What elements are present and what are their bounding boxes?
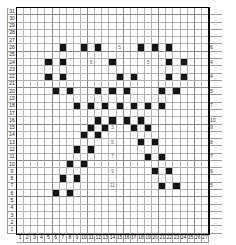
grid-cell: [188, 117, 195, 124]
grid-cell: [38, 154, 45, 161]
grid-cell: [53, 154, 60, 161]
grid-cell: [166, 190, 173, 197]
grid-cell: [202, 23, 209, 30]
grid-cell: [17, 146, 24, 153]
filled-cell: [81, 44, 88, 51]
grid-cell: [17, 30, 24, 37]
grid-cell: [152, 161, 159, 168]
grid-cell: [53, 8, 60, 15]
grid-cell: [45, 30, 52, 37]
grid-cell: [60, 190, 67, 197]
grid-cell: [202, 168, 209, 175]
grid-cell: [60, 88, 67, 95]
grid-cell: [102, 30, 109, 37]
grid-cell: [102, 161, 109, 168]
grid-cell: [60, 66, 67, 73]
filled-cell: [95, 88, 102, 95]
grid-cell: [117, 219, 124, 226]
grid-cell: [124, 205, 131, 212]
grid-cell: [31, 23, 38, 30]
filled-cell: [81, 132, 88, 139]
grid-cell: [188, 8, 195, 15]
grid-cell: [195, 110, 202, 117]
grid-cell: [117, 168, 124, 175]
filled-cell: [74, 103, 81, 110]
grid-cell: [45, 161, 52, 168]
grid-cell: [202, 132, 209, 139]
grid-cell: [159, 30, 166, 37]
grid-cell: [95, 59, 102, 66]
grid-cell: [88, 81, 95, 88]
grid-cell: [24, 74, 31, 81]
filled-cell: [95, 117, 102, 124]
grid-cell: [202, 103, 209, 110]
grid-cell: [60, 139, 67, 146]
grid-cell: [159, 23, 166, 30]
filled-cell: [53, 190, 60, 197]
grid-cell: [38, 212, 45, 219]
grid-cell: [202, 139, 209, 146]
grid-cell: [202, 175, 209, 182]
grid-cell: [67, 30, 74, 37]
grid-cell: [67, 125, 74, 132]
grid-cell: [81, 37, 88, 44]
grid-cell: [195, 154, 202, 161]
grid-cell: [202, 125, 209, 132]
filled-cell: [166, 59, 173, 66]
grid-cell: [124, 23, 131, 30]
grid-cell: [24, 154, 31, 161]
grid-cell: [117, 59, 124, 66]
grid-cell: [31, 190, 38, 197]
filled-cell: [81, 161, 88, 168]
grid-cell: [131, 132, 138, 139]
filled-cell: [67, 161, 74, 168]
grid-cell: [166, 23, 173, 30]
grid-cell: [88, 95, 95, 102]
grid-cell: [102, 74, 109, 81]
filled-cell: [159, 183, 166, 190]
grid-cell: [74, 8, 81, 15]
grid-cell: [53, 226, 60, 233]
grid-cell: [109, 197, 116, 204]
grid-cell: [188, 103, 195, 110]
row-label-right: [209, 8, 222, 15]
grid-cell: [81, 23, 88, 30]
grid-cell: [67, 66, 74, 73]
grid-cell: [138, 103, 145, 110]
grid-cell: [145, 139, 152, 146]
filled-cell: [88, 103, 95, 110]
grid-cell: [88, 226, 95, 233]
grid-cell: [24, 37, 31, 44]
corner: [7, 234, 17, 243]
row-label-left: 11: [7, 154, 17, 161]
grid-cell: [109, 44, 116, 51]
col-label-bottom: 9: [74, 234, 81, 243]
grid-cell: [24, 197, 31, 204]
grid-cell: [67, 8, 74, 15]
grid-cell: [74, 37, 81, 44]
grid-cell: [181, 161, 188, 168]
filled-cell: [74, 146, 81, 153]
grid-cell: [17, 23, 24, 30]
grid-cell: [166, 30, 173, 37]
grid-cell: [202, 66, 209, 73]
grid-cell: [67, 132, 74, 139]
grid-cell: [95, 139, 102, 146]
grid-cell: [38, 103, 45, 110]
grid-cell: [102, 66, 109, 73]
col-label-bottom: 24: [181, 234, 188, 243]
grid-cell: [38, 183, 45, 190]
grid-cell: [53, 23, 60, 30]
grid-cell: [173, 44, 180, 51]
grid-cell: [60, 52, 67, 59]
grid-cell: [195, 175, 202, 182]
grid-cell: [202, 37, 209, 44]
grid-cell: [88, 168, 95, 175]
filled-cell: [145, 125, 152, 132]
grid-cell: [166, 103, 173, 110]
col-label-bottom: 17: [131, 234, 138, 243]
col-label-bottom: 5: [45, 234, 52, 243]
grid-cell: [124, 139, 131, 146]
grid-cell: [102, 59, 109, 66]
grid-cell: [195, 59, 202, 66]
row-label-right: [209, 52, 222, 59]
grid-cell: [145, 37, 152, 44]
grid-cell: [95, 15, 102, 22]
grid-cell: [31, 30, 38, 37]
grid-cell: [38, 81, 45, 88]
grid-cell: [88, 88, 95, 95]
grid-cell: [159, 8, 166, 15]
grid-cell: [53, 44, 60, 51]
grid-cell: [173, 110, 180, 117]
grid-cell: [159, 125, 166, 132]
col-label-bottom: 3: [31, 234, 38, 243]
grid-cell: [173, 59, 180, 66]
grid-cell: [60, 132, 67, 139]
grid-cell: [188, 44, 195, 51]
grid-cell: [31, 15, 38, 22]
grid-cell: [17, 66, 24, 73]
grid-cell: [195, 15, 202, 22]
grid-cell: [152, 66, 159, 73]
grid-cell: [60, 117, 67, 124]
grid-cell: [102, 175, 109, 182]
filled-cell: [117, 103, 124, 110]
grid-cell: [131, 205, 138, 212]
grid-cell: [145, 226, 152, 233]
grid-cell: [67, 15, 74, 22]
grid-cell: [181, 219, 188, 226]
cell-count-digit: 5: [117, 44, 123, 50]
grid-cell: [159, 226, 166, 233]
grid-cell: [124, 59, 131, 66]
filled-cell: [173, 183, 180, 190]
filled-cell: [131, 74, 138, 81]
cell-count-digit: 11: [109, 183, 115, 189]
row-label-right: [209, 226, 222, 233]
grid-cell: [81, 175, 88, 182]
filled-cell: [60, 44, 67, 51]
grid-cell: [152, 117, 159, 124]
grid-cell: [166, 81, 173, 88]
grid-cell: [131, 59, 138, 66]
grid-cell: [117, 125, 124, 132]
grid-cell: [45, 226, 52, 233]
grid-cell: [24, 95, 31, 102]
grid-cell: [181, 117, 188, 124]
grid-cell: [24, 183, 31, 190]
grid-cell: [195, 168, 202, 175]
grid-cell: [188, 66, 195, 73]
grid-cell: [145, 81, 152, 88]
grid-cell: [181, 183, 188, 190]
grid-cell: [181, 190, 188, 197]
grid-cell: [173, 95, 180, 102]
grid-cell: [195, 139, 202, 146]
grid-cell: [166, 212, 173, 219]
grid-cell: [109, 52, 116, 59]
grid-cell: [17, 74, 24, 81]
grid-cell: [88, 23, 95, 30]
grid-cell: [181, 175, 188, 182]
grid-cell: [181, 88, 188, 95]
grid-cell: [138, 74, 145, 81]
grid-cell: [188, 110, 195, 117]
grid-cell: [124, 15, 131, 22]
grid-cell: [117, 117, 124, 124]
grid-cell: [67, 95, 74, 102]
grid-cell: [173, 23, 180, 30]
row-label-right: 7: [209, 154, 222, 161]
grid-cell: [181, 44, 188, 51]
grid-cell: [95, 103, 102, 110]
chart-sheet: 3130292827265625245542322421205191871716…: [0, 0, 236, 245]
grid-cell: [145, 132, 152, 139]
grid-cell: [95, 23, 102, 30]
grid-cell: [195, 212, 202, 219]
grid-cell: [202, 30, 209, 37]
grid-cell: [17, 37, 24, 44]
grid-cell: [74, 30, 81, 37]
grid-cell: [95, 183, 102, 190]
grid-cell: [181, 146, 188, 153]
grid-cell: [131, 52, 138, 59]
grid-cell: [152, 190, 159, 197]
grid-cell: [24, 110, 31, 117]
grid-cell: [138, 15, 145, 22]
grid-cell: [145, 110, 152, 117]
grid-cell: [88, 183, 95, 190]
grid-cell: [88, 117, 95, 124]
grid-cell: [173, 197, 180, 204]
grid-cell: [117, 161, 124, 168]
grid-cell: [74, 183, 81, 190]
grid-cell: [188, 175, 195, 182]
grid-cell: [53, 66, 60, 73]
grid-cell: [195, 95, 202, 102]
grid-cell: [38, 66, 45, 73]
grid-cell: [188, 59, 195, 66]
grid-cell: [45, 81, 52, 88]
grid-cell: [131, 175, 138, 182]
row-label-left: 14: [7, 132, 17, 139]
grid-cell: [60, 161, 67, 168]
grid-cell: [166, 117, 173, 124]
grid-cell: [95, 8, 102, 15]
grid-cell: [159, 110, 166, 117]
filled-cell: [145, 103, 152, 110]
grid-cell: [202, 8, 209, 15]
grid-cell: [67, 219, 74, 226]
grid-cell: [152, 125, 159, 132]
grid-cell: [195, 74, 202, 81]
grid-cell: [124, 212, 131, 219]
grid-cell: [53, 37, 60, 44]
grid-cell: [17, 183, 24, 190]
grid-cell: [173, 8, 180, 15]
grid-cell: [124, 95, 131, 102]
grid-cell: [124, 44, 131, 51]
grid-cell: [88, 74, 95, 81]
grid-cell: [95, 125, 102, 132]
grid-cell: [138, 30, 145, 37]
grid-cell: [24, 146, 31, 153]
grid-cell: [173, 125, 180, 132]
grid-cell: [195, 197, 202, 204]
grid-cell: [81, 8, 88, 15]
grid-cell: [102, 146, 109, 153]
grid-cell: [145, 146, 152, 153]
grid-cell: [131, 110, 138, 117]
grid-cell: [188, 139, 195, 146]
grid-cell: [138, 183, 145, 190]
grid-cell: [117, 30, 124, 37]
grid-cell: [173, 212, 180, 219]
grid-cell: [31, 197, 38, 204]
grid-cell: [88, 15, 95, 22]
row-label-right: 8: [209, 139, 222, 146]
grid-cell: [31, 161, 38, 168]
grid-cell: [131, 197, 138, 204]
grid-cell: [145, 95, 152, 102]
grid-cell: [124, 219, 131, 226]
grid-cell: [166, 161, 173, 168]
grid-cell: [195, 183, 202, 190]
grid-cell: [38, 15, 45, 22]
filled-cell: [102, 125, 109, 132]
row-label-right: 6: [209, 44, 222, 51]
grid-cell: [24, 190, 31, 197]
grid-cell: [45, 44, 52, 51]
grid-cell: [53, 30, 60, 37]
grid-cell: [102, 219, 109, 226]
col-label-bottom: 21: [159, 234, 166, 243]
col-label-bottom: 11: [88, 234, 95, 243]
grid-cell: [173, 74, 180, 81]
grid-cell: [202, 88, 209, 95]
grid-cell: [60, 30, 67, 37]
grid-cell: [67, 226, 74, 233]
grid-cell: [131, 15, 138, 22]
grid-cell: [109, 103, 116, 110]
grid-cell: [24, 103, 31, 110]
row-label-right: 5: [209, 183, 222, 190]
grid-cell: [74, 95, 81, 102]
filled-cell: [138, 44, 145, 51]
grid-cell: [67, 168, 74, 175]
grid-cell: [95, 74, 102, 81]
grid-cell: [109, 110, 116, 117]
grid-cell: [31, 219, 38, 226]
grid-cell: [53, 59, 60, 66]
grid-cell: [124, 175, 131, 182]
grid-cell: [74, 132, 81, 139]
grid-cell: [109, 74, 116, 81]
grid-cell: [88, 8, 95, 15]
grid-cell: [138, 8, 145, 15]
grid-cell: [102, 81, 109, 88]
grid-cell: [159, 81, 166, 88]
grid-cell: [81, 146, 88, 153]
grid-cell: [138, 81, 145, 88]
grid-cell: [131, 146, 138, 153]
grid-cell: [88, 197, 95, 204]
grid-cell: [188, 168, 195, 175]
grid-cell: [202, 197, 209, 204]
grid-cell: 5: [117, 44, 124, 51]
grid-cell: [45, 66, 52, 73]
grid-cell: [38, 132, 45, 139]
grid-cell: [138, 66, 145, 73]
grid-cell: 9: [109, 168, 116, 175]
grid-cell: [131, 81, 138, 88]
grid-cell: [102, 88, 109, 95]
col-label-bottom: 19: [145, 234, 152, 243]
grid-cell: [31, 95, 38, 102]
grid-cell: [152, 8, 159, 15]
grid-cell: [195, 146, 202, 153]
row-label-right: [209, 205, 222, 212]
grid-cell: [131, 212, 138, 219]
grid-cell: [159, 146, 166, 153]
grid-cell: [38, 52, 45, 59]
filled-cell: [67, 190, 74, 197]
grid-cell: [81, 168, 88, 175]
row-label-left: 7: [7, 183, 17, 190]
grid-cell: [166, 226, 173, 233]
grid-cell: [188, 30, 195, 37]
grid-cell: [38, 219, 45, 226]
grid-cell: [60, 154, 67, 161]
grid-cell: [145, 175, 152, 182]
grid-cell: [131, 30, 138, 37]
grid-cell: [173, 103, 180, 110]
grid-cell: [159, 168, 166, 175]
grid-cell: [159, 190, 166, 197]
grid-cell: [74, 226, 81, 233]
grid-cell: [67, 74, 74, 81]
grid-cell: [81, 15, 88, 22]
grid-cell: [188, 154, 195, 161]
filled-cell: [95, 132, 102, 139]
grid-cell: [166, 37, 173, 44]
grid-cell: [124, 30, 131, 37]
